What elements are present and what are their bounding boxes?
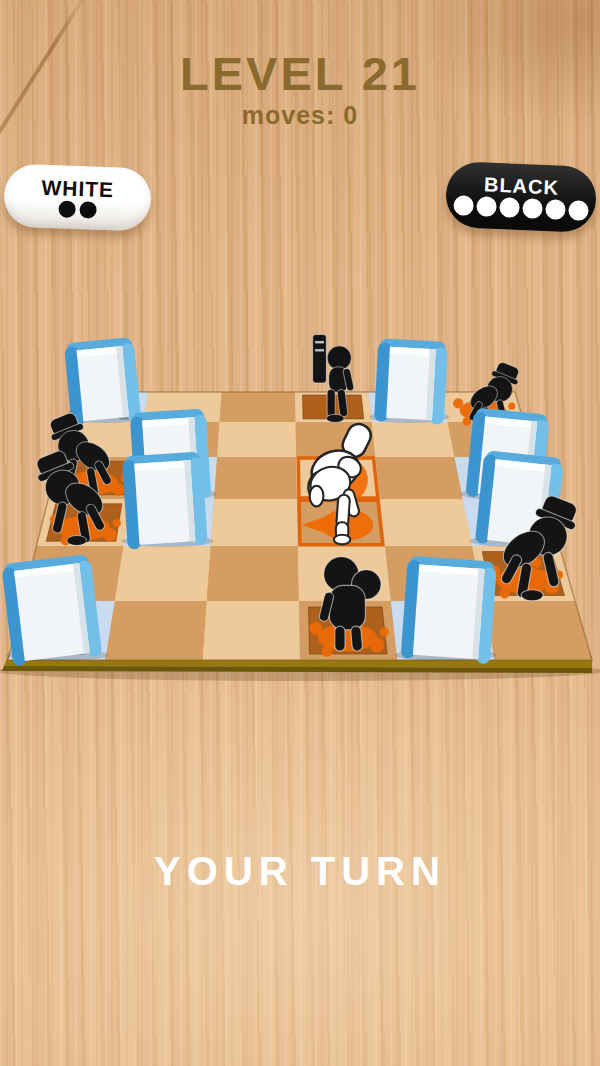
- square-r2c2[interactable]: [214, 457, 297, 499]
- square-r3c2[interactable]: [211, 499, 298, 546]
- square-r1c2[interactable]: [217, 422, 296, 457]
- square-r4c1[interactable]: [115, 546, 211, 601]
- square-r0c2[interactable]: [220, 392, 296, 422]
- wall: [1, 554, 102, 666]
- square-r5c5[interactable]: [483, 601, 592, 660]
- board[interactable]: [0, 0, 600, 1066]
- turn-status: YOUR TURN: [0, 849, 600, 894]
- square-r5c1[interactable]: [105, 601, 207, 660]
- square-r4c2[interactable]: [207, 546, 299, 601]
- wall: [122, 451, 208, 549]
- wall: [374, 338, 448, 425]
- wall: [401, 556, 498, 665]
- square-r2c4[interactable]: [375, 457, 462, 499]
- square-r1c4[interactable]: [372, 422, 455, 457]
- square-r3c4[interactable]: [380, 499, 472, 546]
- wall: [64, 337, 141, 426]
- square-r5c2[interactable]: [203, 601, 300, 660]
